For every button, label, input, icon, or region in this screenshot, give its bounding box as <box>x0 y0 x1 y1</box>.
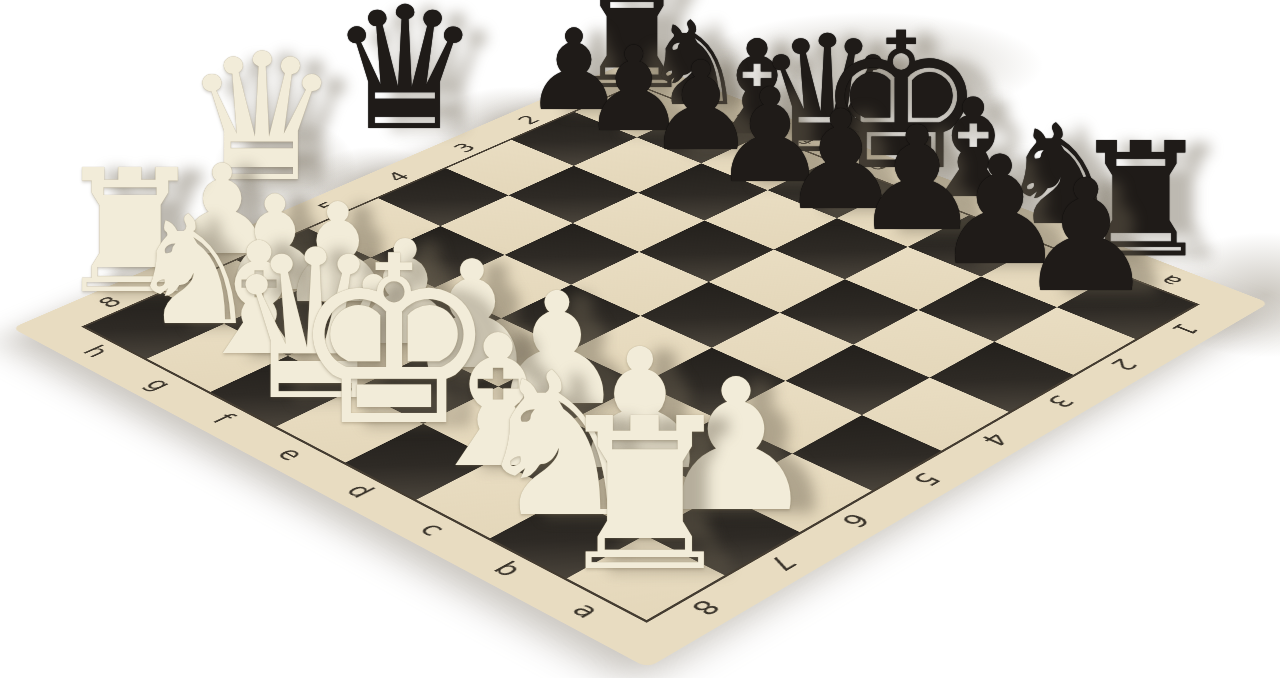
piece-black-pawn-a2[interactable]: ♟ <box>1017 159 1156 314</box>
chess-set-photo: hgfedcba hgfedcba 12345678 12345678 ♜♞♟♛… <box>0 0 1280 678</box>
extra-black-queen-off-board-right[interactable]: ♛ <box>329 0 481 154</box>
piece-white-rook-a8[interactable]: ♜ <box>551 391 739 601</box>
